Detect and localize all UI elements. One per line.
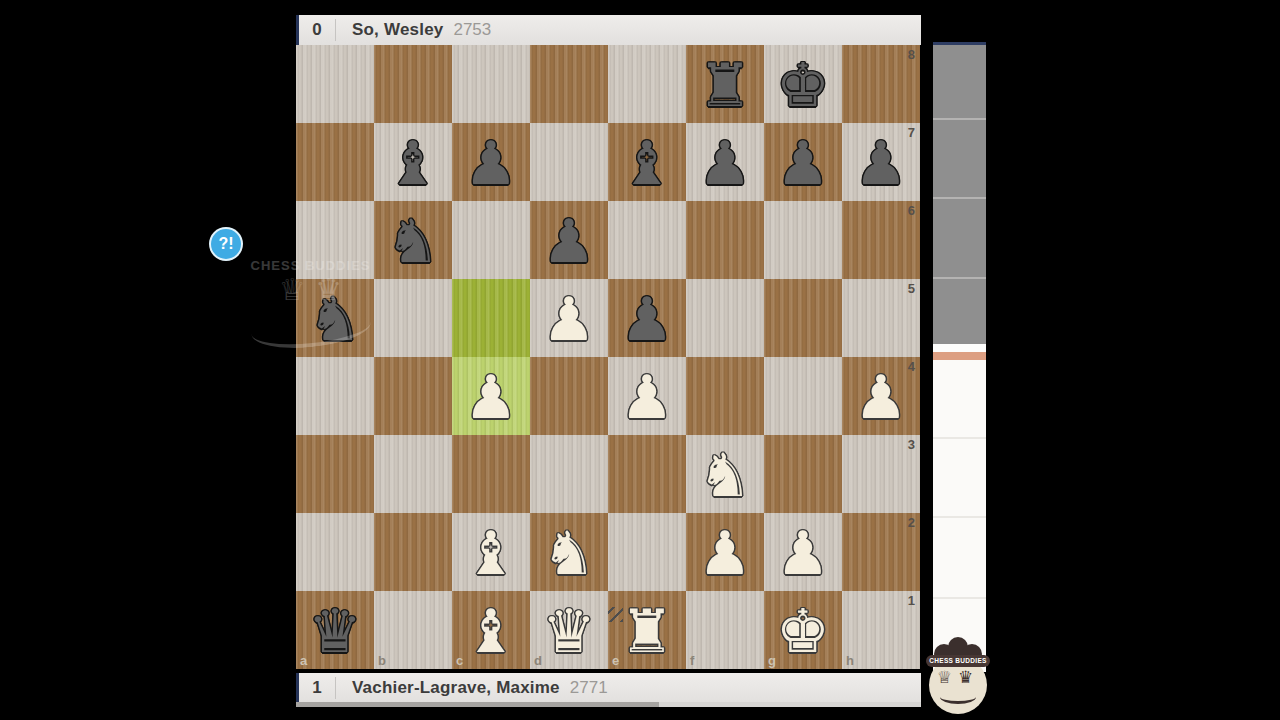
square-h2[interactable]: 2: [842, 513, 920, 591]
chess-board[interactable]: ♜♚8♝♟♝♟♟7♟♞♟6♞♟♟5♟♟4♟♞3♝♞♟♟2a♛bc♝d♛e♜fg♚…: [296, 45, 920, 669]
square-a5[interactable]: ♞: [296, 279, 374, 357]
square-g6[interactable]: [764, 201, 842, 279]
bottom-player-rating: 2771: [570, 678, 608, 698]
piece-wb-c1[interactable]: ♝: [452, 591, 530, 669]
square-c6[interactable]: [452, 201, 530, 279]
top-player-name: So, Wesley: [352, 20, 443, 40]
piece-wp-e4[interactable]: ♟: [608, 357, 686, 435]
logo-crown-eyes-icon: ♕♛: [925, 667, 991, 687]
square-b7[interactable]: ♝: [374, 123, 452, 201]
square-f3[interactable]: ♞: [686, 435, 764, 513]
square-c1[interactable]: c♝: [452, 591, 530, 669]
piece-wp-f2[interactable]: ♟: [686, 513, 764, 591]
square-b2[interactable]: [374, 513, 452, 591]
square-a1[interactable]: a♛: [296, 591, 374, 669]
square-g8[interactable]: ♚: [764, 45, 842, 123]
square-d5[interactable]: ♟: [530, 279, 608, 357]
piece-wn-d2[interactable]: ♞: [530, 513, 608, 591]
square-h8[interactable]: 8: [842, 45, 920, 123]
square-a2[interactable]: [296, 513, 374, 591]
square-h5[interactable]: 5: [842, 279, 920, 357]
eval-bar-white-portion: [933, 360, 986, 672]
piece-bb-b7[interactable]: ♝: [374, 123, 452, 201]
square-d6[interactable]: ♟: [530, 201, 608, 279]
logo-smile-icon: [940, 690, 976, 704]
square-e6[interactable]: [608, 201, 686, 279]
bottom-player-bar: 1 Vachier-Lagrave, Maxime 2771: [296, 673, 921, 703]
piece-bk-g8[interactable]: ♚: [764, 45, 842, 123]
square-e4[interactable]: ♟: [608, 357, 686, 435]
bottom-player-score: 1: [299, 678, 335, 698]
square-e8[interactable]: [608, 45, 686, 123]
piece-br-f8[interactable]: ♜: [686, 45, 764, 123]
eval-bar-marker: [933, 352, 986, 360]
square-c7[interactable]: ♟: [452, 123, 530, 201]
square-f5[interactable]: [686, 279, 764, 357]
square-a4[interactable]: [296, 357, 374, 435]
eval-bar-black-portion: [933, 45, 986, 344]
piece-bn-b6[interactable]: ♞: [374, 201, 452, 279]
piece-wp-g2[interactable]: ♟: [764, 513, 842, 591]
square-e1[interactable]: e♜: [608, 591, 686, 669]
bar-divider: [335, 19, 336, 41]
square-d1[interactable]: d♛: [530, 591, 608, 669]
square-g3[interactable]: [764, 435, 842, 513]
square-a7[interactable]: [296, 123, 374, 201]
square-f7[interactable]: ♟: [686, 123, 764, 201]
file-label-d: d: [534, 653, 542, 668]
square-b8[interactable]: [374, 45, 452, 123]
square-e3[interactable]: [608, 435, 686, 513]
piece-wb-c2[interactable]: ♝: [452, 513, 530, 591]
square-h4[interactable]: 4♟: [842, 357, 920, 435]
rank-label-2: 2: [908, 515, 915, 530]
piece-bp-g7[interactable]: ♟: [764, 123, 842, 201]
square-g5[interactable]: [764, 279, 842, 357]
square-h7[interactable]: 7♟: [842, 123, 920, 201]
square-b1[interactable]: b: [374, 591, 452, 669]
square-d8[interactable]: [530, 45, 608, 123]
top-player-score: 0: [299, 20, 335, 40]
piece-bp-f7[interactable]: ♟: [686, 123, 764, 201]
square-b5[interactable]: [374, 279, 452, 357]
rank-label-1: 1: [908, 593, 915, 608]
piece-wp-c4[interactable]: ♟: [452, 357, 530, 435]
square-c3[interactable]: [452, 435, 530, 513]
evaluation-bar: [933, 42, 986, 672]
piece-wn-f3[interactable]: ♞: [686, 435, 764, 513]
file-label-e: e: [612, 653, 619, 668]
square-a3[interactable]: [296, 435, 374, 513]
square-g2[interactable]: ♟: [764, 513, 842, 591]
rank-label-8: 8: [908, 47, 915, 62]
horizontal-scrollbar: [296, 702, 921, 707]
board-resize-handle-icon[interactable]: [608, 607, 623, 622]
piece-wp-d5[interactable]: ♟: [530, 279, 608, 357]
square-c5[interactable]: [452, 279, 530, 357]
square-d4[interactable]: [530, 357, 608, 435]
square-g4[interactable]: [764, 357, 842, 435]
piece-bp-e5[interactable]: ♟: [608, 279, 686, 357]
file-label-b: b: [378, 653, 386, 668]
square-a8[interactable]: [296, 45, 374, 123]
square-f8[interactable]: ♜: [686, 45, 764, 123]
piece-wr-e1[interactable]: ♜: [608, 591, 686, 669]
piece-bp-d6[interactable]: ♟: [530, 201, 608, 279]
square-c2[interactable]: ♝: [452, 513, 530, 591]
square-h6[interactable]: 6: [842, 201, 920, 279]
file-label-h: h: [846, 653, 854, 668]
move-annotation-badge: ?!: [209, 227, 243, 261]
rank-label-6: 6: [908, 203, 915, 218]
bottom-player-name: Vachier-Lagrave, Maxime: [352, 678, 560, 698]
piece-bn-a5[interactable]: ♞: [296, 279, 374, 357]
square-f2[interactable]: ♟: [686, 513, 764, 591]
rank-label-4: 4: [908, 359, 915, 374]
square-b3[interactable]: [374, 435, 452, 513]
piece-bb-e7[interactable]: ♝: [608, 123, 686, 201]
square-b4[interactable]: [374, 357, 452, 435]
square-d3[interactable]: [530, 435, 608, 513]
square-b6[interactable]: ♞: [374, 201, 452, 279]
square-c8[interactable]: [452, 45, 530, 123]
square-d7[interactable]: [530, 123, 608, 201]
square-f6[interactable]: [686, 201, 764, 279]
square-f4[interactable]: [686, 357, 764, 435]
file-label-g: g: [768, 653, 776, 668]
logo-banner-text: CHESS BUDDIES: [926, 655, 990, 667]
video-letterbox: 0 So, Wesley 2753 ♜♚8♝♟♝♟♟7♟♞♟6♞♟♟5♟♟4♟♞…: [0, 0, 1280, 720]
square-g7[interactable]: ♟: [764, 123, 842, 201]
file-label-c: c: [456, 653, 463, 668]
scrollbar-thumb[interactable]: [296, 702, 659, 707]
square-c4[interactable]: ♟: [452, 357, 530, 435]
piece-bp-c7[interactable]: ♟: [452, 123, 530, 201]
rank-label-7: 7: [908, 125, 915, 140]
file-label-f: f: [690, 653, 694, 668]
square-e2[interactable]: [608, 513, 686, 591]
square-e5[interactable]: ♟: [608, 279, 686, 357]
rank-label-5: 5: [908, 281, 915, 296]
file-label-a: a: [300, 653, 307, 668]
square-h1[interactable]: 1h: [842, 591, 920, 669]
bar-divider: [335, 677, 336, 699]
rank-label-3: 3: [908, 437, 915, 452]
eval-bar-divider: [933, 344, 986, 352]
square-e7[interactable]: ♝: [608, 123, 686, 201]
chess-buddies-logo: CHESS BUDDIES ♕♛: [925, 634, 991, 720]
square-d2[interactable]: ♞: [530, 513, 608, 591]
square-a6[interactable]: [296, 201, 374, 279]
top-player-rating: 2753: [453, 20, 491, 40]
piece-bq-a1[interactable]: ♛: [296, 591, 374, 669]
top-player-bar: 0 So, Wesley 2753: [296, 15, 921, 45]
square-f1[interactable]: f: [686, 591, 764, 669]
square-h3[interactable]: 3: [842, 435, 920, 513]
square-g1[interactable]: g♚: [764, 591, 842, 669]
